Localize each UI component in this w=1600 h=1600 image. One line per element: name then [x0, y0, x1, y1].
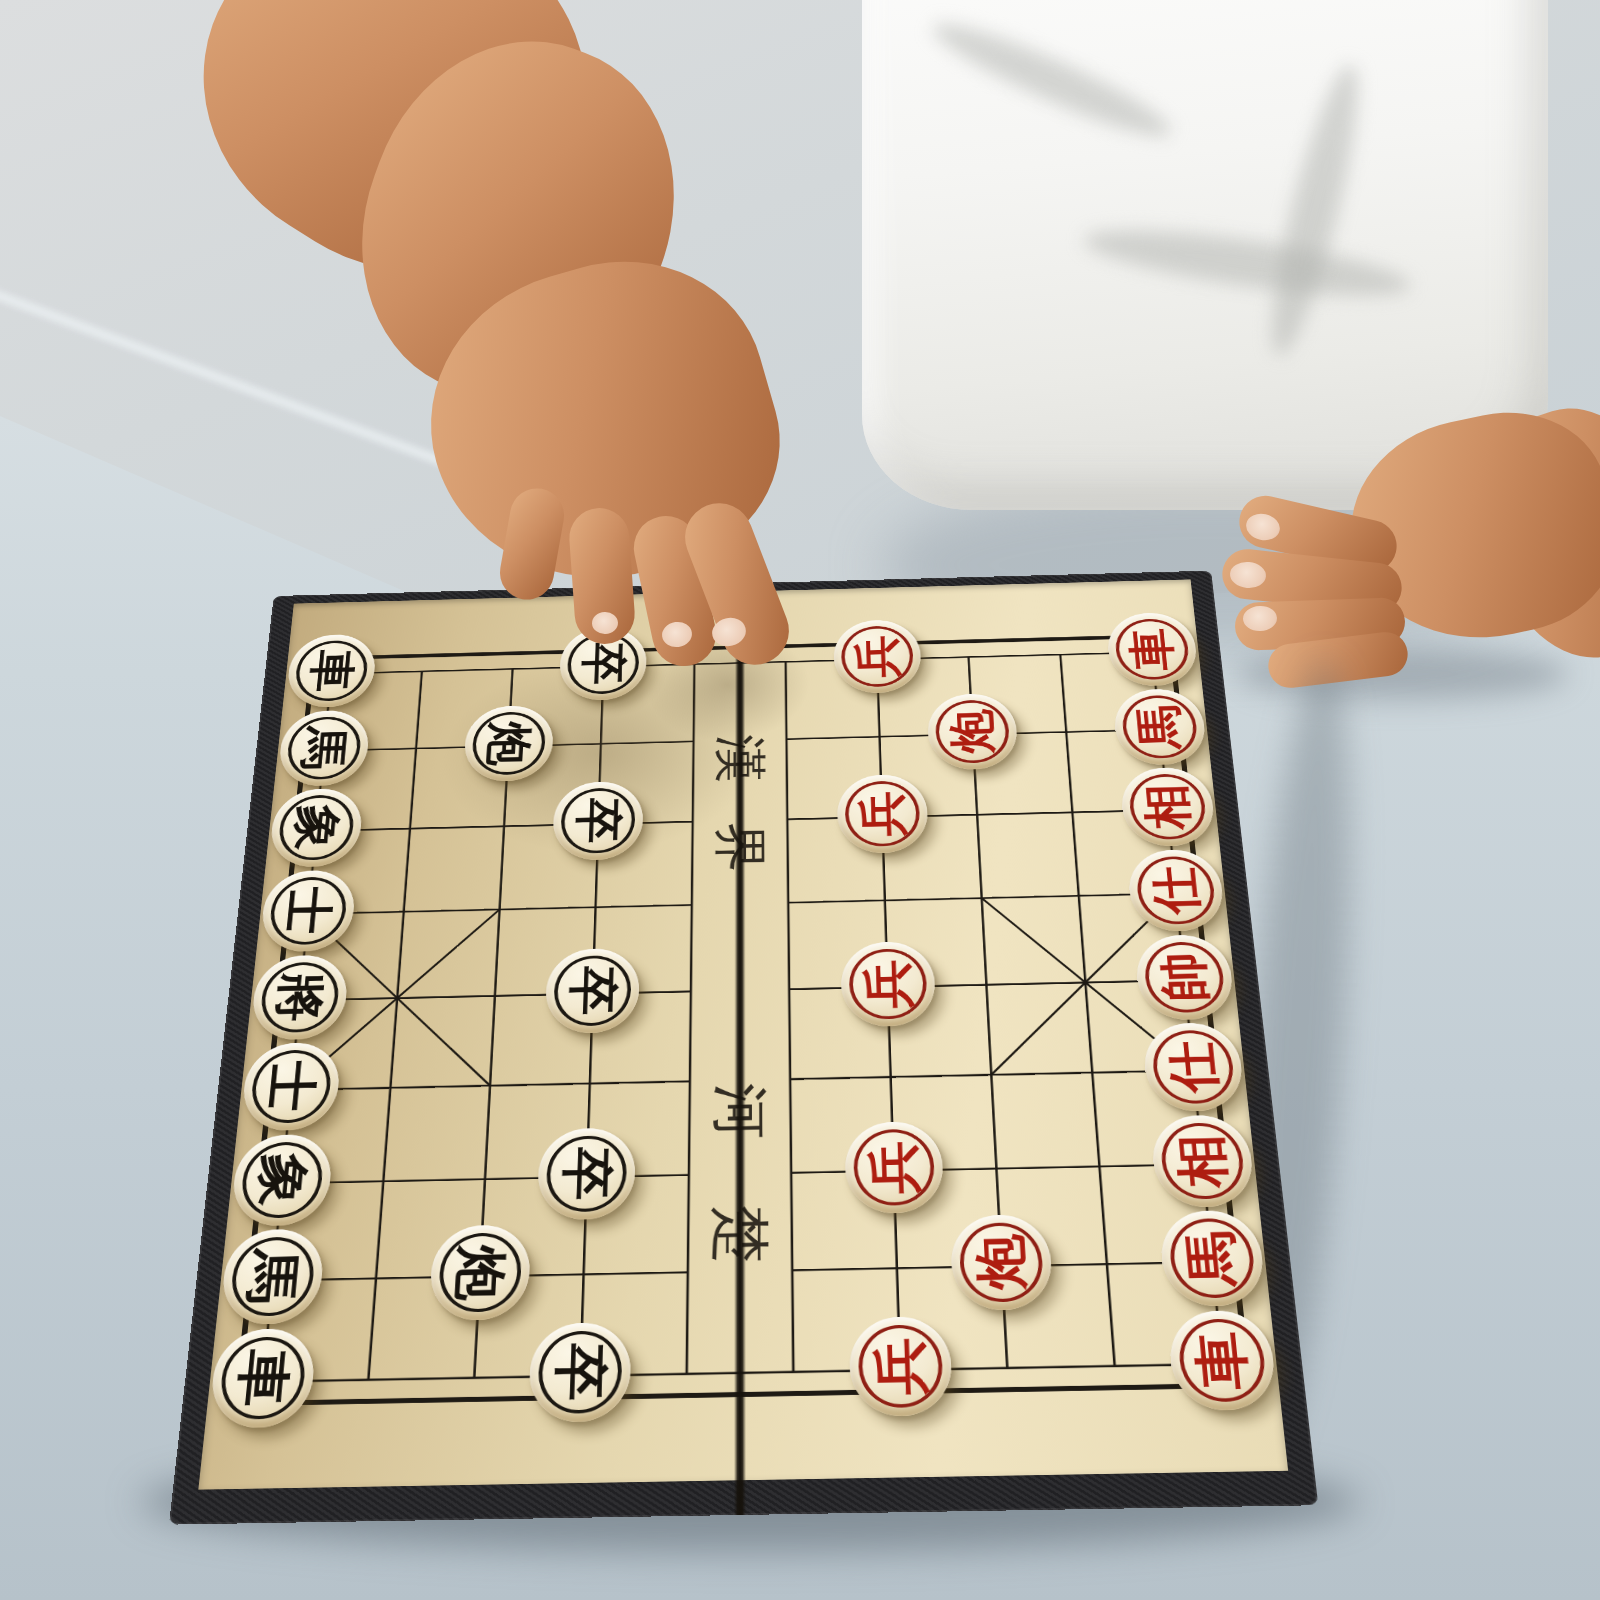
shirt-fold — [1256, 59, 1373, 361]
piece-character: 馬 — [1134, 704, 1186, 749]
piece-ring: 馬 — [228, 1237, 317, 1317]
piece-ring: 馬 — [285, 716, 363, 780]
piece-black-general[interactable]: 將 — [249, 954, 349, 1040]
piece-character: 象 — [290, 804, 342, 851]
piece-black-soldier[interactable]: 卒 — [537, 1127, 636, 1220]
piece-red-chariot[interactable]: 車 — [1105, 612, 1199, 687]
piece-ring: 炮 — [935, 699, 1012, 764]
piece-ring: 車 — [217, 1336, 308, 1420]
piece-black-horse[interactable]: 馬 — [277, 709, 371, 786]
piece-red-cannon[interactable]: 炮 — [927, 693, 1019, 770]
piece-ring: 兵 — [848, 948, 928, 1020]
piece-character: 兵 — [867, 1140, 921, 1194]
piece-character: 兵 — [872, 1337, 928, 1396]
piece-ring: 車 — [293, 640, 370, 702]
piece-ring: 卒 — [553, 955, 632, 1027]
piece-red-cannon[interactable]: 炮 — [950, 1214, 1055, 1311]
piece-character: 帥 — [1157, 952, 1212, 1002]
piece-character: 仕 — [1149, 866, 1203, 915]
piece-red-soldier[interactable]: 兵 — [840, 941, 936, 1027]
piece-ring: 卒 — [537, 1330, 623, 1414]
piece-character: 兵 — [862, 958, 914, 1008]
piece-black-elephant[interactable]: 象 — [268, 788, 364, 868]
piece-character: 車 — [306, 649, 356, 692]
piece-red-advisor[interactable]: 仕 — [1141, 1022, 1246, 1112]
piece-character: 馬 — [298, 725, 349, 770]
piece-character: 車 — [1126, 627, 1177, 671]
piece-ring: 馬 — [1167, 1218, 1257, 1299]
piece-character: 相 — [1141, 783, 1194, 830]
piece-red-soldier[interactable]: 兵 — [836, 774, 928, 854]
piece-black-horse[interactable]: 馬 — [219, 1229, 326, 1326]
piece-character: 炮 — [948, 709, 998, 754]
piece-red-chariot[interactable]: 車 — [1167, 1310, 1279, 1411]
piece-character: 將 — [273, 972, 327, 1022]
piece-ring: 象 — [239, 1141, 326, 1218]
piece-character: 卒 — [579, 642, 627, 685]
piece-red-elephant[interactable]: 相 — [1119, 767, 1217, 847]
piece-black-cannon[interactable]: 炮 — [428, 1225, 531, 1322]
piece-character: 車 — [233, 1349, 292, 1408]
piece-ring: 士 — [249, 1049, 334, 1123]
piece-red-soldier[interactable]: 兵 — [844, 1121, 944, 1214]
piece-red-elephant[interactable]: 相 — [1149, 1114, 1256, 1207]
piece-red-soldier[interactable]: 兵 — [848, 1316, 953, 1417]
piece-black-cannon[interactable]: 炮 — [462, 705, 554, 782]
piece-character: 炮 — [973, 1234, 1030, 1291]
piece-character: 士 — [282, 887, 335, 935]
piece-black-elephant[interactable]: 象 — [229, 1134, 334, 1227]
piece-red-advisor[interactable]: 仕 — [1126, 849, 1226, 932]
piece-character: 卒 — [560, 1146, 614, 1200]
piece-ring: 車 — [1176, 1318, 1268, 1402]
xiangqi-board: 漢 界 河 楚 車馬象士將士象馬車炮炮卒卒卒卒卒兵兵兵兵兵炮炮車馬相仕帥仕相馬車 — [169, 571, 1318, 1525]
piece-character: 兵 — [853, 635, 901, 679]
piece-ring: 兵 — [852, 1128, 935, 1206]
piece-red-horse[interactable]: 馬 — [1112, 688, 1208, 766]
piece-ring: 相 — [1158, 1122, 1246, 1200]
piece-ring: 兵 — [840, 625, 914, 687]
piece-character: 卒 — [567, 965, 619, 1015]
piece-character: 炮 — [484, 721, 533, 766]
shirt-fold — [1080, 217, 1413, 308]
scene: 漢 界 河 楚 車馬象士將士象馬車炮炮卒卒卒卒卒兵兵兵兵兵炮炮車馬相仕帥仕相馬車 — [0, 0, 1600, 1600]
piece-ring: 兵 — [844, 781, 920, 848]
piece-black-soldier[interactable]: 卒 — [545, 947, 641, 1033]
piece-ring: 炮 — [959, 1222, 1046, 1303]
piece-ring: 兵 — [857, 1324, 943, 1408]
piece-character: 卒 — [552, 1343, 608, 1402]
piece-ring: 炮 — [437, 1233, 523, 1314]
piece-black-chariot[interactable]: 車 — [208, 1328, 317, 1428]
piece-character: 士 — [263, 1060, 319, 1112]
piece-black-advisor[interactable]: 士 — [259, 870, 357, 953]
piece-ring: 仕 — [1134, 856, 1217, 925]
piece-ring: 車 — [1113, 618, 1191, 680]
piece-black-advisor[interactable]: 士 — [240, 1042, 342, 1131]
piece-red-soldier[interactable]: 兵 — [833, 619, 922, 694]
piece-ring: 相 — [1127, 774, 1208, 841]
piece-ring: 象 — [276, 795, 356, 862]
board-grid: 車馬象士將士象馬車炮炮卒卒卒卒卒兵兵兵兵兵炮炮車馬相仕帥仕相馬車 — [204, 613, 1282, 1435]
piece-ring: 仕 — [1150, 1030, 1236, 1105]
piece-ring: 將 — [258, 961, 341, 1033]
piece-character: 仕 — [1165, 1041, 1222, 1093]
piece-ring: 卒 — [545, 1135, 627, 1213]
piece-character: 卒 — [573, 798, 623, 845]
piece-character: 炮 — [452, 1245, 508, 1301]
piece-red-general[interactable]: 帥 — [1133, 934, 1235, 1021]
piece-ring: 帥 — [1142, 941, 1227, 1013]
piece-character: 象 — [254, 1153, 311, 1207]
piece-character: 車 — [1192, 1331, 1253, 1390]
piece-black-soldier[interactable]: 卒 — [528, 1322, 632, 1423]
shirt-fold — [925, 9, 1179, 151]
piece-red-horse[interactable]: 馬 — [1158, 1210, 1267, 1307]
piece-ring: 馬 — [1120, 694, 1200, 759]
piece-black-chariot[interactable]: 車 — [285, 634, 378, 709]
piece-ring: 士 — [267, 876, 348, 945]
piece-ring: 炮 — [470, 711, 546, 775]
piece-character: 相 — [1173, 1133, 1231, 1187]
piece-black-soldier[interactable]: 卒 — [552, 781, 644, 861]
piece-ring: 卒 — [560, 788, 636, 855]
piece-character: 兵 — [857, 791, 907, 838]
piece-character: 馬 — [244, 1249, 302, 1305]
piece-character: 馬 — [1182, 1230, 1241, 1287]
